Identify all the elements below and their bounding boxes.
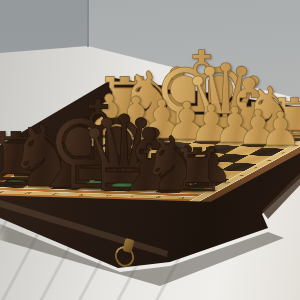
piece-black-rook-a8[interactable]: ♜ xyxy=(171,141,225,201)
piece-white-pawn-a2[interactable]: ♟ xyxy=(260,106,300,153)
wall-corner-line xyxy=(87,0,89,47)
chess-photo-scene: HGFEDCBA ♜♞♝♛♚♝♞♜♟♟♟♟♟♟♟♟♟♟♟♟♟♟♟♟♜♞♝♛♚♝♞… xyxy=(0,0,300,300)
